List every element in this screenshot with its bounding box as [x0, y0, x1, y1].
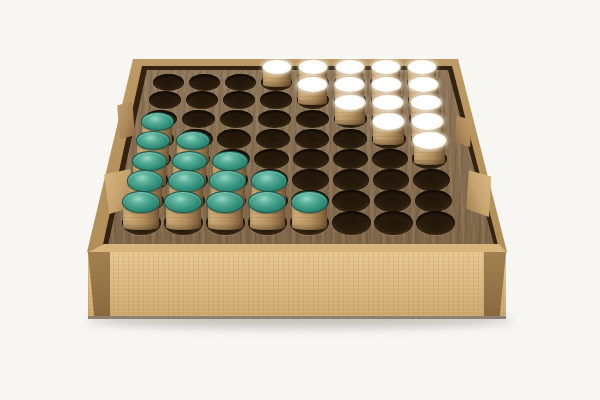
peg-top-white — [372, 94, 404, 112]
hole-r6c6[interactable] — [333, 169, 370, 191]
hole-r2c2[interactable] — [186, 91, 218, 109]
peg-green-r8c2[interactable] — [164, 191, 202, 231]
peg-top-white — [371, 59, 401, 75]
peg-top-white — [407, 59, 437, 75]
peg-top-white — [372, 112, 405, 131]
hole-r4c4[interactable] — [256, 129, 290, 149]
peg-top-white — [262, 59, 292, 75]
peg-top-white — [297, 76, 328, 93]
hole-r6c7[interactable] — [373, 169, 410, 191]
peg-white-r3c6[interactable] — [334, 94, 366, 125]
hole-r6c5[interactable] — [292, 169, 329, 191]
peg-top-white — [411, 112, 444, 131]
peg-top-white — [334, 76, 365, 93]
peg-white-r5c8[interactable] — [412, 131, 446, 165]
hole-r8c8[interactable] — [416, 211, 455, 235]
hole-r6c8[interactable] — [413, 169, 450, 191]
hole-r4c3[interactable] — [217, 129, 251, 149]
peg-white-r2c5[interactable] — [297, 76, 328, 106]
hole-r2c3[interactable] — [223, 91, 255, 109]
peg-green-r8c5[interactable] — [291, 191, 329, 231]
peg-top-green — [168, 170, 205, 192]
peg-white-r1c4[interactable] — [262, 59, 292, 87]
hole-r3c4[interactable] — [258, 110, 291, 129]
hole-r8c6[interactable] — [332, 211, 371, 235]
peg-green-r8c4[interactable] — [248, 191, 286, 231]
peg-white-r4c7[interactable] — [372, 112, 405, 145]
peg-top-white — [410, 94, 442, 112]
peg-green-r8c1[interactable] — [122, 191, 160, 231]
peg-top-green — [141, 112, 174, 131]
hole-r8c7[interactable] — [374, 211, 413, 235]
peg-top-green — [127, 170, 164, 192]
peg-green-r8c3[interactable] — [206, 191, 244, 231]
hole-r5c5[interactable] — [293, 149, 328, 170]
peg-top-green — [209, 170, 246, 192]
hole-r1c2[interactable] — [189, 74, 220, 91]
peg-top-white — [408, 76, 439, 93]
peg-top-green — [251, 170, 288, 192]
hole-r1c1[interactable] — [153, 74, 184, 91]
hole-r2c4[interactable] — [260, 91, 292, 109]
hole-r4c5[interactable] — [295, 129, 329, 149]
peg-top-white — [335, 59, 365, 75]
peg-top-green — [164, 191, 202, 214]
peg-top-white — [334, 94, 366, 112]
hole-r1c3[interactable] — [225, 74, 256, 91]
peg-top-green — [132, 151, 168, 172]
photo-stage — [0, 0, 600, 400]
peg-top-white — [412, 131, 446, 151]
hole-r3c5[interactable] — [296, 110, 329, 129]
peg-top-green — [122, 191, 160, 214]
hole-r2c1[interactable] — [149, 91, 181, 109]
peg-top-white — [371, 76, 402, 93]
box-front-face — [88, 252, 506, 319]
hole-r5c7[interactable] — [372, 149, 407, 170]
peg-top-green — [212, 151, 248, 172]
hole-r4c6[interactable] — [333, 129, 367, 149]
